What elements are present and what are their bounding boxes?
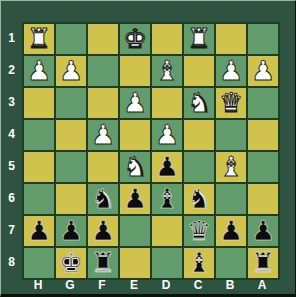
square-g5[interactable] (55, 151, 87, 183)
square-h4[interactable] (23, 119, 55, 151)
square-c2[interactable] (183, 55, 215, 87)
rank-label-2: 2 (1, 54, 22, 86)
square-f6[interactable]: ♞ (87, 183, 119, 215)
white-bishop-piece[interactable]: ♝ (151, 55, 183, 87)
black-king-piece[interactable]: ♚ (55, 247, 87, 279)
square-b1[interactable] (215, 23, 247, 55)
square-b6[interactable] (215, 183, 247, 215)
square-h8[interactable] (23, 247, 55, 279)
chess-board: ♜♚♜♟♟♝♟♟♟♞♛♟♟♞♟♝♞♟♝♞♟♟♟♛♟♟♚♜♝♜ (22, 22, 280, 280)
rank-label-5: 5 (1, 150, 22, 182)
white-knight-piece[interactable]: ♞ (183, 87, 215, 119)
square-g3[interactable] (55, 87, 87, 119)
square-b8[interactable] (215, 247, 247, 279)
square-f7[interactable]: ♟ (87, 215, 119, 247)
square-c5[interactable] (183, 151, 215, 183)
square-g6[interactable] (55, 183, 87, 215)
square-e8[interactable] (119, 247, 151, 279)
square-d2[interactable]: ♝ (151, 55, 183, 87)
file-label-d: D (150, 278, 182, 295)
square-a1[interactable] (247, 23, 279, 55)
square-a7[interactable]: ♟ (247, 215, 279, 247)
square-e7[interactable] (119, 215, 151, 247)
square-d1[interactable] (151, 23, 183, 55)
white-pawn-piece[interactable]: ♟ (215, 55, 247, 87)
square-b7[interactable]: ♟ (215, 215, 247, 247)
black-rook-piece[interactable]: ♜ (87, 247, 119, 279)
rank-label-8: 8 (1, 246, 22, 278)
rank-label-3: 3 (1, 86, 22, 118)
rank-label-6: 6 (1, 182, 22, 214)
black-pawn-piece[interactable]: ♟ (55, 215, 87, 247)
square-a2[interactable]: ♟ (247, 55, 279, 87)
black-knight-piece[interactable]: ♞ (183, 183, 215, 215)
square-a6[interactable] (247, 183, 279, 215)
square-c6[interactable]: ♞ (183, 183, 215, 215)
white-pawn-piece[interactable]: ♟ (119, 87, 151, 119)
square-h1[interactable]: ♜ (23, 23, 55, 55)
square-b4[interactable] (215, 119, 247, 151)
square-g7[interactable]: ♟ (55, 215, 87, 247)
rank-label-1: 1 (1, 22, 22, 54)
black-knight-piece[interactable]: ♞ (87, 183, 119, 215)
black-pawn-piece[interactable]: ♟ (247, 215, 279, 247)
square-c4[interactable] (183, 119, 215, 151)
square-d4[interactable]: ♟ (151, 119, 183, 151)
square-h2[interactable]: ♟ (23, 55, 55, 87)
square-f1[interactable] (87, 23, 119, 55)
square-h7[interactable]: ♟ (23, 215, 55, 247)
square-a8[interactable]: ♜ (247, 247, 279, 279)
square-b3[interactable]: ♛ (215, 87, 247, 119)
chess-board-frame: 12345678 ♜♚♜♟♟♝♟♟♟♞♛♟♟♞♟♝♞♟♝♞♟♟♟♛♟♟♚♜♝♜ … (0, 0, 296, 297)
black-pawn-piece[interactable]: ♟ (215, 215, 247, 247)
square-a4[interactable] (247, 119, 279, 151)
file-label-g: G (54, 278, 86, 295)
square-f5[interactable] (87, 151, 119, 183)
square-c7[interactable]: ♛ (183, 215, 215, 247)
white-rook-piece[interactable]: ♜ (23, 23, 55, 55)
square-c1[interactable]: ♜ (183, 23, 215, 55)
square-a5[interactable] (247, 151, 279, 183)
black-bishop-piece[interactable]: ♝ (151, 183, 183, 215)
square-e6[interactable]: ♟ (119, 183, 151, 215)
black-pawn-piece[interactable]: ♟ (87, 215, 119, 247)
square-d8[interactable] (151, 247, 183, 279)
white-king-piece[interactable]: ♚ (119, 23, 151, 55)
rank-label-7: 7 (1, 214, 22, 246)
square-e5[interactable]: ♞ (119, 151, 151, 183)
file-labels-row: HGFEDCBA (22, 278, 278, 295)
black-pawn-piece[interactable]: ♟ (23, 215, 55, 247)
square-c3[interactable]: ♞ (183, 87, 215, 119)
square-h5[interactable] (23, 151, 55, 183)
square-g8[interactable]: ♚ (55, 247, 87, 279)
rank-label-4: 4 (1, 118, 22, 150)
file-label-e: E (118, 278, 150, 295)
square-h3[interactable] (23, 87, 55, 119)
square-a3[interactable] (247, 87, 279, 119)
white-knight-piece[interactable]: ♞ (119, 151, 151, 183)
square-g2[interactable]: ♟ (55, 55, 87, 87)
square-d7[interactable] (151, 215, 183, 247)
black-queen-piece[interactable]: ♛ (183, 215, 215, 247)
square-e2[interactable] (119, 55, 151, 87)
white-pawn-piece[interactable]: ♟ (23, 55, 55, 87)
square-d5[interactable]: ♟ (151, 151, 183, 183)
file-label-b: B (214, 278, 246, 295)
square-e1[interactable]: ♚ (119, 23, 151, 55)
white-pawn-piece[interactable]: ♟ (247, 55, 279, 87)
square-f4[interactable]: ♟ (87, 119, 119, 151)
square-d6[interactable]: ♝ (151, 183, 183, 215)
file-label-a: A (246, 278, 278, 295)
square-b2[interactable]: ♟ (215, 55, 247, 87)
square-e3[interactable]: ♟ (119, 87, 151, 119)
white-queen-piece[interactable]: ♛ (215, 87, 247, 119)
file-label-f: F (86, 278, 118, 295)
black-pawn-piece[interactable]: ♟ (119, 183, 151, 215)
white-rook-piece[interactable]: ♜ (183, 23, 215, 55)
black-bishop-piece[interactable]: ♝ (183, 247, 215, 279)
square-f2[interactable] (87, 55, 119, 87)
black-rook-piece[interactable]: ♜ (247, 247, 279, 279)
white-pawn-piece[interactable]: ♟ (87, 119, 119, 151)
square-g4[interactable] (55, 119, 87, 151)
square-g1[interactable] (55, 23, 87, 55)
white-bishop-piece[interactable]: ♝ (215, 151, 247, 183)
square-c8[interactable]: ♝ (183, 247, 215, 279)
square-d3[interactable] (151, 87, 183, 119)
square-e4[interactable] (119, 119, 151, 151)
black-pawn-piece[interactable]: ♟ (151, 151, 183, 183)
file-label-c: C (182, 278, 214, 295)
rank-labels-column: 12345678 (1, 22, 22, 278)
square-f8[interactable]: ♜ (87, 247, 119, 279)
square-f3[interactable] (87, 87, 119, 119)
white-pawn-piece[interactable]: ♟ (55, 55, 87, 87)
square-h6[interactable] (23, 183, 55, 215)
square-b5[interactable]: ♝ (215, 151, 247, 183)
white-pawn-piece[interactable]: ♟ (151, 119, 183, 151)
file-label-h: H (22, 278, 54, 295)
